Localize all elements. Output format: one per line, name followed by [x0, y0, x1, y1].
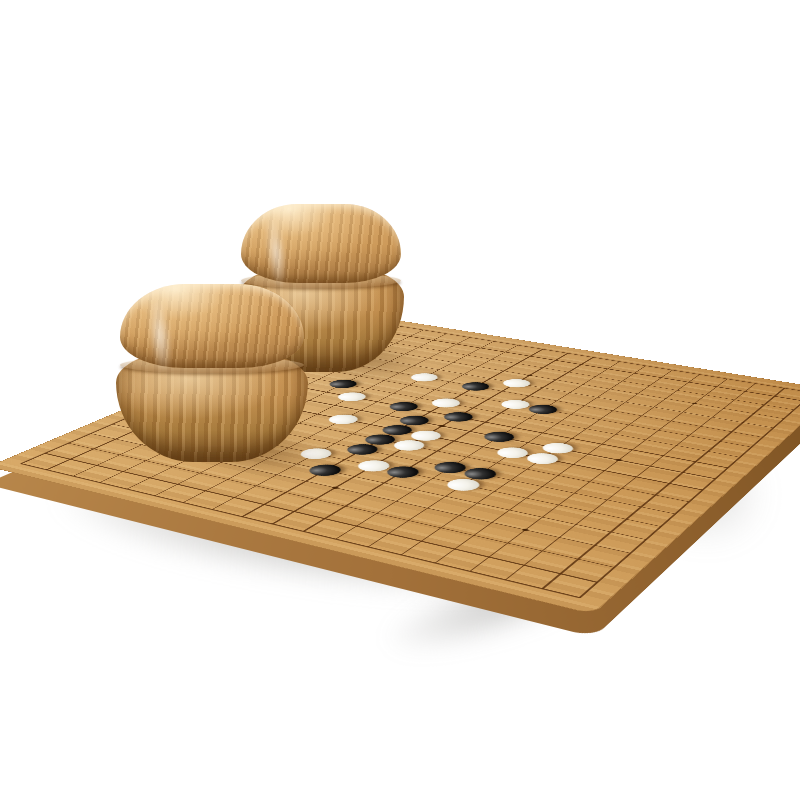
black-stone	[381, 464, 424, 479]
black-stone	[479, 430, 519, 444]
white-stone	[333, 391, 371, 403]
stone-bowl-front	[116, 284, 308, 462]
white-stone	[522, 451, 563, 466]
white-stone	[427, 397, 465, 409]
star-point	[615, 459, 623, 462]
white-stone	[324, 413, 364, 426]
go-set-product-photo	[0, 0, 800, 800]
grid-line-horizontal	[367, 366, 646, 547]
black-stone	[342, 442, 384, 456]
white-stone	[441, 477, 485, 493]
white-stone	[492, 445, 533, 459]
black-stone	[429, 460, 471, 475]
white-stone	[406, 372, 442, 383]
black-stone	[324, 378, 361, 389]
white-stone	[405, 429, 445, 443]
black-stone	[438, 411, 477, 424]
black-stone	[360, 433, 401, 447]
white-stone	[537, 441, 577, 455]
black-stone	[304, 463, 347, 478]
star-point	[521, 528, 530, 532]
star-point	[331, 486, 339, 489]
black-stone	[457, 381, 494, 392]
white-stone	[352, 458, 395, 473]
black-stone	[459, 466, 502, 482]
grid-line-vertical	[20, 463, 580, 598]
white-stone	[498, 378, 534, 389]
star-point	[438, 425, 446, 428]
white-stone	[388, 438, 429, 452]
black-stone	[384, 401, 422, 413]
